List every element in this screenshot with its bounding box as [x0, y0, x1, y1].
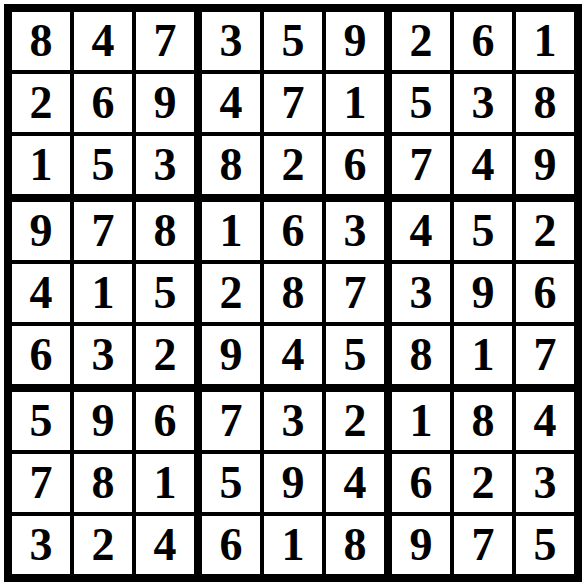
cell-r5c9[interactable]: 6: [516, 264, 574, 322]
cell-r6c2[interactable]: 3: [74, 326, 132, 384]
cell-r2c1[interactable]: 2: [12, 74, 70, 132]
cell-r4c7[interactable]: 4: [392, 202, 450, 260]
cell-r3c2[interactable]: 5: [74, 136, 132, 194]
cell-r7c6[interactable]: 2: [326, 392, 384, 450]
cell-r6c8[interactable]: 1: [454, 326, 512, 384]
cell-r1c4[interactable]: 3: [202, 12, 260, 70]
cell-r7c7[interactable]: 1: [392, 392, 450, 450]
cell-r5c8[interactable]: 9: [454, 264, 512, 322]
cell-r9c2[interactable]: 2: [74, 516, 132, 574]
cell-r7c3[interactable]: 6: [136, 392, 194, 450]
cell-r1c6[interactable]: 9: [326, 12, 384, 70]
cell-r2c6[interactable]: 1: [326, 74, 384, 132]
box-5: 163287945: [202, 202, 384, 384]
cell-r4c6[interactable]: 3: [326, 202, 384, 260]
box-2: 359471826: [202, 12, 384, 194]
cell-r1c9[interactable]: 1: [516, 12, 574, 70]
cell-r3c9[interactable]: 9: [516, 136, 574, 194]
box-3: 261538749: [392, 12, 574, 194]
cell-r6c9[interactable]: 7: [516, 326, 574, 384]
cell-r2c9[interactable]: 8: [516, 74, 574, 132]
cell-r1c8[interactable]: 6: [454, 12, 512, 70]
cell-r6c5[interactable]: 4: [264, 326, 322, 384]
cell-r4c9[interactable]: 2: [516, 202, 574, 260]
cell-r5c3[interactable]: 5: [136, 264, 194, 322]
cell-r2c5[interactable]: 7: [264, 74, 322, 132]
cell-r5c1[interactable]: 4: [12, 264, 70, 322]
cell-r6c7[interactable]: 8: [392, 326, 450, 384]
cell-r5c5[interactable]: 8: [264, 264, 322, 322]
cell-r8c3[interactable]: 1: [136, 454, 194, 512]
cell-r1c3[interactable]: 7: [136, 12, 194, 70]
box-1: 847269153: [12, 12, 194, 194]
cell-r9c5[interactable]: 1: [264, 516, 322, 574]
cell-r9c8[interactable]: 7: [454, 516, 512, 574]
cell-r4c3[interactable]: 8: [136, 202, 194, 260]
cell-r7c1[interactable]: 5: [12, 392, 70, 450]
cell-r8c9[interactable]: 3: [516, 454, 574, 512]
box-9: 184623975: [392, 392, 574, 574]
cell-r7c8[interactable]: 8: [454, 392, 512, 450]
cell-r3c4[interactable]: 8: [202, 136, 260, 194]
cell-r3c3[interactable]: 3: [136, 136, 194, 194]
cell-r4c1[interactable]: 9: [12, 202, 70, 260]
cell-r7c2[interactable]: 9: [74, 392, 132, 450]
box-4: 978415632: [12, 202, 194, 384]
box-7: 596781324: [12, 392, 194, 574]
cell-r4c8[interactable]: 5: [454, 202, 512, 260]
sudoku-board: 8472691533594718262615387499784156321632…: [4, 4, 582, 582]
cell-r3c8[interactable]: 4: [454, 136, 512, 194]
cell-r6c4[interactable]: 9: [202, 326, 260, 384]
cell-r6c6[interactable]: 5: [326, 326, 384, 384]
cell-r8c4[interactable]: 5: [202, 454, 260, 512]
cell-r6c1[interactable]: 6: [12, 326, 70, 384]
cell-r4c5[interactable]: 6: [264, 202, 322, 260]
cell-r8c7[interactable]: 6: [392, 454, 450, 512]
cell-r9c4[interactable]: 6: [202, 516, 260, 574]
cell-r8c6[interactable]: 4: [326, 454, 384, 512]
cell-r1c5[interactable]: 5: [264, 12, 322, 70]
cell-r1c7[interactable]: 2: [392, 12, 450, 70]
cell-r5c2[interactable]: 1: [74, 264, 132, 322]
cell-r2c2[interactable]: 6: [74, 74, 132, 132]
cell-r9c9[interactable]: 5: [516, 516, 574, 574]
cell-r1c1[interactable]: 8: [12, 12, 70, 70]
cell-r8c1[interactable]: 7: [12, 454, 70, 512]
cell-r3c5[interactable]: 2: [264, 136, 322, 194]
cell-r9c7[interactable]: 9: [392, 516, 450, 574]
cell-r7c4[interactable]: 7: [202, 392, 260, 450]
cell-r3c7[interactable]: 7: [392, 136, 450, 194]
cell-r5c7[interactable]: 3: [392, 264, 450, 322]
cell-r5c6[interactable]: 7: [326, 264, 384, 322]
cell-r9c6[interactable]: 8: [326, 516, 384, 574]
cell-r2c3[interactable]: 9: [136, 74, 194, 132]
box-8: 732594618: [202, 392, 384, 574]
cell-r9c3[interactable]: 4: [136, 516, 194, 574]
cell-r8c2[interactable]: 8: [74, 454, 132, 512]
box-6: 452396817: [392, 202, 574, 384]
cell-r2c7[interactable]: 5: [392, 74, 450, 132]
cell-r2c8[interactable]: 3: [454, 74, 512, 132]
cell-r1c2[interactable]: 4: [74, 12, 132, 70]
cell-r3c1[interactable]: 1: [12, 136, 70, 194]
cell-r3c6[interactable]: 6: [326, 136, 384, 194]
cell-r7c5[interactable]: 3: [264, 392, 322, 450]
cell-r4c4[interactable]: 1: [202, 202, 260, 260]
cell-r6c3[interactable]: 2: [136, 326, 194, 384]
cell-r7c9[interactable]: 4: [516, 392, 574, 450]
cell-r5c4[interactable]: 2: [202, 264, 260, 322]
cell-r2c4[interactable]: 4: [202, 74, 260, 132]
cell-r8c5[interactable]: 9: [264, 454, 322, 512]
cell-r8c8[interactable]: 2: [454, 454, 512, 512]
cell-r4c2[interactable]: 7: [74, 202, 132, 260]
cell-r9c1[interactable]: 3: [12, 516, 70, 574]
